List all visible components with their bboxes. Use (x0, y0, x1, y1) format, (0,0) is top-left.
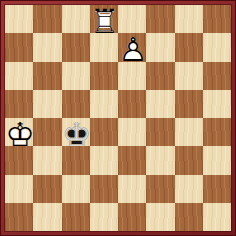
square-h7[interactable] (203, 33, 231, 61)
square-h3[interactable] (203, 146, 231, 174)
square-d1[interactable] (90, 203, 118, 231)
square-d4[interactable] (90, 118, 118, 146)
square-g7[interactable] (175, 33, 203, 61)
piece-white-rook-d8[interactable]: ♜♖ (90, 5, 118, 33)
square-c3[interactable] (62, 146, 90, 174)
square-g6[interactable] (175, 62, 203, 90)
piece-white-pawn-e7[interactable]: ♟♙ (118, 33, 146, 61)
square-e1[interactable] (118, 203, 146, 231)
square-h6[interactable] (203, 62, 231, 90)
square-g4[interactable] (175, 118, 203, 146)
square-a4[interactable]: ♚♔ (5, 118, 33, 146)
square-c7[interactable] (62, 33, 90, 61)
square-e8[interactable] (118, 5, 146, 33)
square-a2[interactable] (5, 175, 33, 203)
square-a1[interactable] (5, 203, 33, 231)
chess-board: ♜♖♟♙♚♔♚♔ (5, 5, 231, 231)
square-c5[interactable] (62, 90, 90, 118)
square-e6[interactable] (118, 62, 146, 90)
square-g8[interactable] (175, 5, 203, 33)
square-e2[interactable] (118, 175, 146, 203)
square-d3[interactable] (90, 146, 118, 174)
square-b1[interactable] (33, 203, 61, 231)
square-b6[interactable] (33, 62, 61, 90)
square-d8[interactable]: ♜♖ (90, 5, 118, 33)
square-f7[interactable] (146, 33, 174, 61)
square-b8[interactable] (33, 5, 61, 33)
square-g5[interactable] (175, 90, 203, 118)
square-b7[interactable] (33, 33, 61, 61)
square-f8[interactable] (146, 5, 174, 33)
square-h2[interactable] (203, 175, 231, 203)
square-e3[interactable] (118, 146, 146, 174)
piece-white-king-a4[interactable]: ♚♔ (5, 118, 33, 146)
square-b3[interactable] (33, 146, 61, 174)
square-f1[interactable] (146, 203, 174, 231)
square-a8[interactable] (5, 5, 33, 33)
square-a5[interactable] (5, 90, 33, 118)
square-c4[interactable]: ♚♔ (62, 118, 90, 146)
square-h4[interactable] (203, 118, 231, 146)
square-d2[interactable] (90, 175, 118, 203)
square-a7[interactable] (5, 33, 33, 61)
square-f5[interactable] (146, 90, 174, 118)
square-a3[interactable] (5, 146, 33, 174)
square-b2[interactable] (33, 175, 61, 203)
square-d7[interactable] (90, 33, 118, 61)
square-e4[interactable] (118, 118, 146, 146)
square-f3[interactable] (146, 146, 174, 174)
square-f6[interactable] (146, 62, 174, 90)
square-c8[interactable] (62, 5, 90, 33)
square-c6[interactable] (62, 62, 90, 90)
square-c2[interactable] (62, 175, 90, 203)
square-c1[interactable] (62, 203, 90, 231)
square-f4[interactable] (146, 118, 174, 146)
square-d5[interactable] (90, 90, 118, 118)
square-a6[interactable] (5, 62, 33, 90)
square-h5[interactable] (203, 90, 231, 118)
square-h1[interactable] (203, 203, 231, 231)
square-b4[interactable] (33, 118, 61, 146)
square-d6[interactable] (90, 62, 118, 90)
square-b5[interactable] (33, 90, 61, 118)
square-h8[interactable] (203, 5, 231, 33)
square-e5[interactable] (118, 90, 146, 118)
square-e7[interactable]: ♟♙ (118, 33, 146, 61)
square-f2[interactable] (146, 175, 174, 203)
square-g2[interactable] (175, 175, 203, 203)
piece-black-king-c4[interactable]: ♚♔ (62, 118, 90, 146)
board-frame: ♜♖♟♙♚♔♚♔ (0, 0, 236, 236)
square-g1[interactable] (175, 203, 203, 231)
square-g3[interactable] (175, 146, 203, 174)
